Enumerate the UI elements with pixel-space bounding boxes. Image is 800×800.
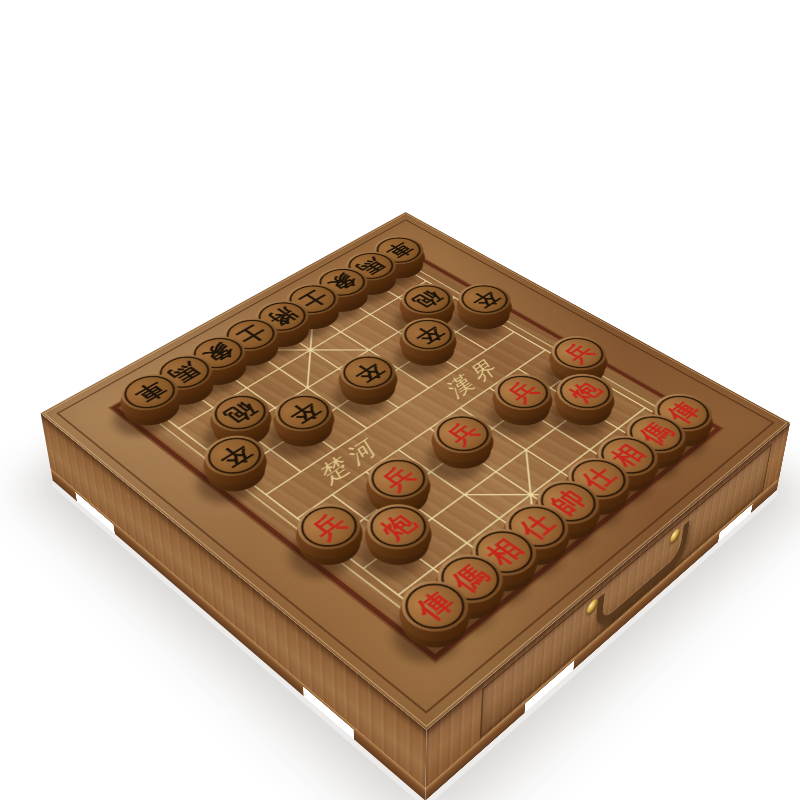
piece-character: 卒 — [283, 399, 325, 426]
piece-character: 炮 — [375, 510, 421, 543]
scene: 楚河 漢界 車馬象士將士象馬車砲砲卒卒卒卒卒兵兵兵兵兵炮炮俥傌相仕帥仕相傌俥 — [0, 0, 800, 800]
foot-cutout — [303, 686, 354, 739]
piece-character: 兵 — [442, 419, 484, 447]
piece-red-soldier[interactable]: 兵 — [286, 512, 373, 576]
piece-red-soldier[interactable]: 兵 — [422, 423, 503, 478]
piece-character: 卒 — [213, 441, 256, 470]
xiangqi-box: 楚河 漢界 車馬象士將士象馬車砲砲卒卒卒卒卒兵兵兵兵兵炮炮俥傌相仕帥仕相傌俥 — [41, 212, 791, 730]
piece-red-cannon[interactable]: 炮 — [355, 512, 442, 576]
piece-black-soldier[interactable]: 卒 — [195, 444, 278, 501]
product-photo-xiangqi-set: 楚河 漢界 車馬象士將士象馬車砲砲卒卒卒卒卒兵兵兵兵兵炮炮俥傌相仕帥仕相傌俥 — [0, 0, 800, 800]
piece-character: 俥 — [411, 588, 459, 625]
piece-red-chariot[interactable]: 俥 — [388, 588, 481, 660]
foot-cutout — [75, 492, 114, 534]
piece-character: 兵 — [306, 510, 352, 543]
piece-character: 砲 — [219, 399, 261, 426]
piece-black-soldier[interactable]: 卒 — [264, 402, 344, 455]
piece-character: 兵 — [376, 463, 420, 494]
piece-top: 兵 — [285, 495, 373, 559]
